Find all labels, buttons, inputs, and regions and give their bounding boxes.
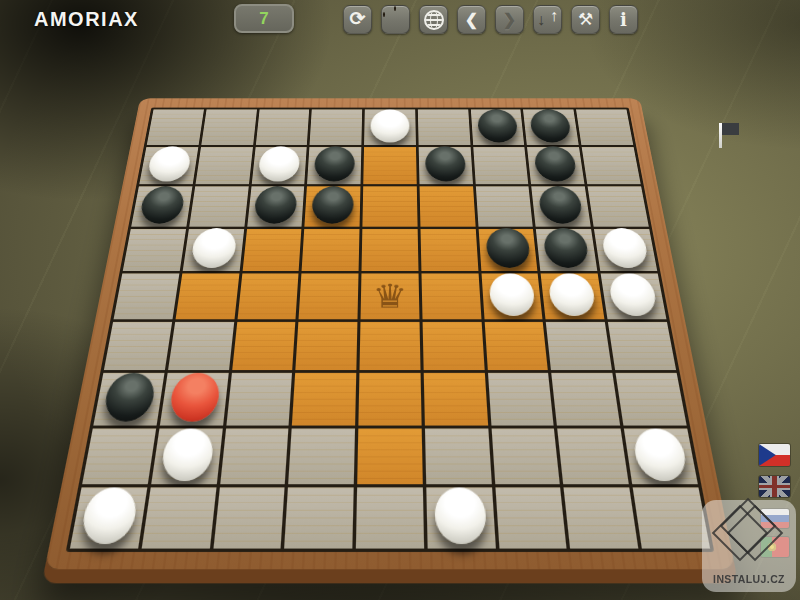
board-cell[interactable] <box>226 373 292 425</box>
red-piece[interactable] <box>168 373 221 422</box>
white-piece[interactable] <box>258 147 301 182</box>
board-cell[interactable] <box>160 373 229 425</box>
board-cell[interactable] <box>476 186 534 226</box>
board-cell[interactable] <box>104 322 172 371</box>
board-cell[interactable] <box>419 147 473 185</box>
board-cell[interactable] <box>473 147 529 185</box>
black-piece[interactable] <box>311 186 354 223</box>
language-english-flag[interactable] <box>759 476 790 497</box>
board-cell[interactable] <box>624 428 698 484</box>
black-piece[interactable] <box>254 186 298 223</box>
language-czech-flag[interactable] <box>759 444 790 466</box>
board-cell[interactable] <box>201 109 256 144</box>
board-cell[interactable] <box>175 274 239 320</box>
black-piece[interactable] <box>138 186 186 223</box>
board-cell[interactable] <box>299 274 359 320</box>
board-cell[interactable] <box>536 229 597 272</box>
board-cell[interactable] <box>633 488 710 549</box>
board-cell[interactable] <box>357 428 422 484</box>
crown-icon: ♛ <box>361 274 420 320</box>
board-cell[interactable] <box>588 186 649 226</box>
board-cell[interactable] <box>418 109 470 144</box>
board-cell[interactable] <box>302 229 360 272</box>
board-cell[interactable] <box>425 428 492 484</box>
board-cell[interactable] <box>421 274 481 320</box>
board-cell[interactable] <box>495 488 567 549</box>
board-scene: ♛ <box>100 16 680 576</box>
board-cell[interactable] <box>182 229 243 272</box>
board-cell[interactable] <box>364 109 416 144</box>
white-piece[interactable] <box>370 109 409 142</box>
black-piece[interactable] <box>534 147 578 182</box>
board-cell[interactable] <box>558 428 629 484</box>
board-cell[interactable] <box>213 488 285 549</box>
board-cell[interactable] <box>422 322 484 371</box>
board-cell[interactable] <box>114 274 180 320</box>
board-cell[interactable] <box>82 428 156 484</box>
board-cell[interactable] <box>237 274 299 320</box>
board-cell[interactable] <box>594 229 657 272</box>
app-background: AMORIAX 7 ⟳ ❮ ❯ ↓ ↑ ⚒ <box>0 0 800 600</box>
white-piece[interactable] <box>434 488 487 545</box>
board-cell[interactable] <box>426 488 495 549</box>
board-cell[interactable] <box>471 109 525 144</box>
white-piece[interactable] <box>146 147 192 182</box>
board-cell[interactable] <box>356 488 424 549</box>
board-cell[interactable] <box>362 229 419 272</box>
black-piece[interactable] <box>538 186 584 223</box>
white-piece[interactable] <box>548 273 597 316</box>
game-board: ♛ <box>45 98 736 569</box>
black-piece[interactable] <box>314 147 355 182</box>
board-cell[interactable] <box>141 488 216 549</box>
board-cell[interactable] <box>420 229 478 272</box>
board-cell[interactable] <box>247 186 305 226</box>
board-cell[interactable] <box>484 322 548 371</box>
board-cell[interactable] <box>546 322 612 371</box>
board-cell[interactable] <box>307 147 361 185</box>
board-cell[interactable] <box>168 322 234 371</box>
board-cell[interactable] <box>288 428 355 484</box>
board-cell[interactable] <box>305 186 361 226</box>
board-cell[interactable] <box>360 322 421 371</box>
board-cell[interactable] <box>131 186 192 226</box>
board-cell[interactable] <box>123 229 186 272</box>
black-piece[interactable] <box>485 228 531 268</box>
board-cell[interactable] <box>195 147 252 185</box>
board-cell[interactable] <box>284 488 353 549</box>
board-grid: ♛ <box>66 108 715 552</box>
board-cell[interactable] <box>363 147 416 185</box>
board-cell[interactable] <box>419 186 475 226</box>
installuj-logo-icon <box>702 500 796 566</box>
black-piece[interactable] <box>102 373 157 422</box>
board-cell[interactable] <box>532 186 591 226</box>
installuj-text: INSTALUJ.CZ <box>702 573 796 585</box>
board-cell[interactable] <box>139 147 198 185</box>
board-cell[interactable] <box>488 373 554 425</box>
board-cell[interactable] <box>363 186 418 226</box>
board-cell[interactable] <box>552 373 621 425</box>
board-cell[interactable] <box>255 109 309 144</box>
white-piece[interactable] <box>159 428 215 481</box>
board-cell[interactable] <box>292 373 356 425</box>
board-cell[interactable] <box>608 322 676 371</box>
board-cell[interactable] <box>70 488 147 549</box>
board-cell[interactable] <box>424 373 488 425</box>
white-piece[interactable] <box>632 428 690 481</box>
board-cell[interactable] <box>220 428 289 484</box>
black-piece[interactable] <box>425 147 466 182</box>
white-piece[interactable] <box>79 488 139 545</box>
black-piece[interactable] <box>529 109 572 142</box>
board-cell[interactable] <box>151 428 222 484</box>
white-piece[interactable] <box>601 228 650 268</box>
board-cell[interactable] <box>147 109 204 144</box>
board-cell[interactable] <box>242 229 302 272</box>
board-cell[interactable]: ♛ <box>361 274 420 320</box>
installuj-overlay[interactable]: INSTALUJ.CZ <box>702 500 796 592</box>
board-cell[interactable] <box>601 274 667 320</box>
board-cell[interactable] <box>93 373 164 425</box>
board-cell[interactable] <box>527 147 584 185</box>
board-cell[interactable] <box>232 322 296 371</box>
flag-cloth <box>722 123 739 135</box>
board-cell[interactable] <box>296 322 358 371</box>
white-piece[interactable] <box>608 273 659 316</box>
board-cell[interactable] <box>616 373 687 425</box>
board-cell[interactable] <box>582 147 641 185</box>
board-cell[interactable] <box>541 274 605 320</box>
board-cell[interactable] <box>478 229 538 272</box>
board-cell[interactable] <box>310 109 362 144</box>
board-cell[interactable] <box>576 109 633 144</box>
white-piece[interactable] <box>190 228 238 268</box>
board-cell[interactable] <box>251 147 307 185</box>
white-piece[interactable] <box>488 273 536 316</box>
board-cell[interactable] <box>481 274 543 320</box>
flag-marker-icon <box>719 123 741 149</box>
board-cell[interactable] <box>358 373 421 425</box>
board-cell[interactable] <box>189 186 248 226</box>
black-piece[interactable] <box>477 109 519 142</box>
black-piece[interactable] <box>543 228 591 268</box>
board-cell[interactable] <box>491 428 560 484</box>
board-cell[interactable] <box>564 488 639 549</box>
board-cell[interactable] <box>523 109 578 144</box>
